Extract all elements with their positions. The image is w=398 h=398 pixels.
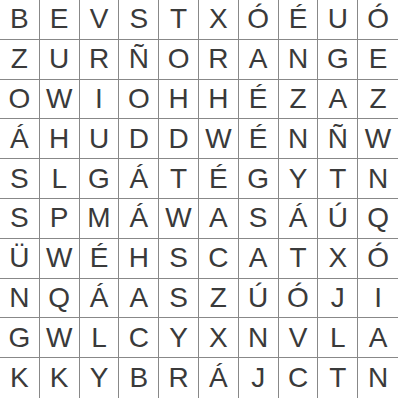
cell-r6c1[interactable]: S: [0, 199, 40, 239]
cell-r8c4[interactable]: A: [119, 279, 159, 319]
cell-r9c1[interactable]: G: [0, 318, 40, 358]
cell-r10c7[interactable]: J: [239, 358, 279, 398]
cell-r9c10[interactable]: A: [358, 318, 398, 358]
cell-r6c4[interactable]: Á: [119, 199, 159, 239]
cell-r9c2[interactable]: W: [40, 318, 80, 358]
cell-r8c2[interactable]: Q: [40, 279, 80, 319]
cell-r9c6[interactable]: X: [199, 318, 239, 358]
cell-r3c7[interactable]: É: [239, 80, 279, 120]
cell-r3c8[interactable]: Z: [279, 80, 319, 120]
cell-r7c9[interactable]: X: [318, 239, 358, 279]
cell-r3c1[interactable]: O: [0, 80, 40, 120]
cell-r4c4[interactable]: D: [119, 119, 159, 159]
cell-r1c4[interactable]: S: [119, 0, 159, 40]
cell-r10c3[interactable]: Y: [80, 358, 120, 398]
cell-r10c5[interactable]: R: [159, 358, 199, 398]
cell-r1c1[interactable]: B: [0, 0, 40, 40]
cell-r2c1[interactable]: Z: [0, 40, 40, 80]
cell-r8c7[interactable]: Ú: [239, 279, 279, 319]
cell-r1c8[interactable]: É: [279, 0, 319, 40]
cell-r3c10[interactable]: Z: [358, 80, 398, 120]
cell-r8c5[interactable]: S: [159, 279, 199, 319]
cell-r7c4[interactable]: H: [119, 239, 159, 279]
cell-r9c5[interactable]: Y: [159, 318, 199, 358]
cell-r7c5[interactable]: S: [159, 239, 199, 279]
cell-r10c2[interactable]: K: [40, 358, 80, 398]
cell-r10c8[interactable]: C: [279, 358, 319, 398]
cell-r4c2[interactable]: H: [40, 119, 80, 159]
cell-r2c4[interactable]: Ñ: [119, 40, 159, 80]
cell-r7c6[interactable]: C: [199, 239, 239, 279]
cell-r5c9[interactable]: T: [318, 159, 358, 199]
cell-r7c2[interactable]: W: [40, 239, 80, 279]
cell-r9c9[interactable]: L: [318, 318, 358, 358]
cell-r5c4[interactable]: Á: [119, 159, 159, 199]
cell-r3c4[interactable]: O: [119, 80, 159, 120]
cell-r7c3[interactable]: É: [80, 239, 120, 279]
cell-r6c6[interactable]: A: [199, 199, 239, 239]
cell-r5c3[interactable]: G: [80, 159, 120, 199]
cell-r3c3[interactable]: I: [80, 80, 120, 120]
cell-r3c5[interactable]: H: [159, 80, 199, 120]
cell-r1c7[interactable]: Ó: [239, 0, 279, 40]
cell-r2c9[interactable]: G: [318, 40, 358, 80]
cell-r5c1[interactable]: S: [0, 159, 40, 199]
cell-r1c10[interactable]: Ó: [358, 0, 398, 40]
cell-r5c7[interactable]: G: [239, 159, 279, 199]
cell-r1c6[interactable]: X: [199, 0, 239, 40]
cell-r2c6[interactable]: R: [199, 40, 239, 80]
cell-r3c6[interactable]: H: [199, 80, 239, 120]
cell-r4c3[interactable]: U: [80, 119, 120, 159]
cell-r5c8[interactable]: Y: [279, 159, 319, 199]
cell-r5c6[interactable]: É: [199, 159, 239, 199]
cell-r6c7[interactable]: S: [239, 199, 279, 239]
cell-r4c9[interactable]: Ñ: [318, 119, 358, 159]
cell-r3c9[interactable]: A: [318, 80, 358, 120]
cell-r4c5[interactable]: D: [159, 119, 199, 159]
cell-r8c9[interactable]: J: [318, 279, 358, 319]
cell-r1c9[interactable]: U: [318, 0, 358, 40]
cell-r10c1[interactable]: K: [0, 358, 40, 398]
cell-r8c8[interactable]: Ó: [279, 279, 319, 319]
cell-r4c7[interactable]: É: [239, 119, 279, 159]
cell-r6c5[interactable]: W: [159, 199, 199, 239]
cell-r8c3[interactable]: Á: [80, 279, 120, 319]
cell-r6c8[interactable]: Á: [279, 199, 319, 239]
cell-r7c8[interactable]: T: [279, 239, 319, 279]
cell-r10c9[interactable]: T: [318, 358, 358, 398]
cell-r5c2[interactable]: L: [40, 159, 80, 199]
cell-r6c2[interactable]: P: [40, 199, 80, 239]
cell-r7c7[interactable]: A: [239, 239, 279, 279]
cell-r1c3[interactable]: V: [80, 0, 120, 40]
cell-r9c8[interactable]: V: [279, 318, 319, 358]
cell-r3c2[interactable]: W: [40, 80, 80, 120]
cell-r10c4[interactable]: B: [119, 358, 159, 398]
cell-r4c6[interactable]: W: [199, 119, 239, 159]
cell-r6c10[interactable]: Q: [358, 199, 398, 239]
cell-r4c1[interactable]: Á: [0, 119, 40, 159]
cell-r10c6[interactable]: Á: [199, 358, 239, 398]
cell-r2c2[interactable]: U: [40, 40, 80, 80]
cell-r5c10[interactable]: N: [358, 159, 398, 199]
cell-r2c7[interactable]: A: [239, 40, 279, 80]
cell-r9c3[interactable]: L: [80, 318, 120, 358]
cell-r2c8[interactable]: N: [279, 40, 319, 80]
cell-r6c9[interactable]: Ú: [318, 199, 358, 239]
cell-r5c5[interactable]: T: [159, 159, 199, 199]
cell-r2c3[interactable]: R: [80, 40, 120, 80]
word-search-grid: BEVSTXÓÉUÓZURÑORANGEOWIOHHÉZAZÁHUDDWÉNÑW…: [0, 0, 398, 398]
cell-r4c10[interactable]: W: [358, 119, 398, 159]
cell-r7c10[interactable]: Ó: [358, 239, 398, 279]
cell-r1c2[interactable]: E: [40, 0, 80, 40]
cell-r2c5[interactable]: O: [159, 40, 199, 80]
cell-r9c7[interactable]: N: [239, 318, 279, 358]
cell-r8c1[interactable]: N: [0, 279, 40, 319]
cell-r10c10[interactable]: N: [358, 358, 398, 398]
cell-r9c4[interactable]: C: [119, 318, 159, 358]
cell-r1c5[interactable]: T: [159, 0, 199, 40]
cell-r8c10[interactable]: I: [358, 279, 398, 319]
cell-r7c1[interactable]: Ü: [0, 239, 40, 279]
cell-r6c3[interactable]: M: [80, 199, 120, 239]
cell-r4c8[interactable]: N: [279, 119, 319, 159]
cell-r2c10[interactable]: E: [358, 40, 398, 80]
cell-r8c6[interactable]: Z: [199, 279, 239, 319]
